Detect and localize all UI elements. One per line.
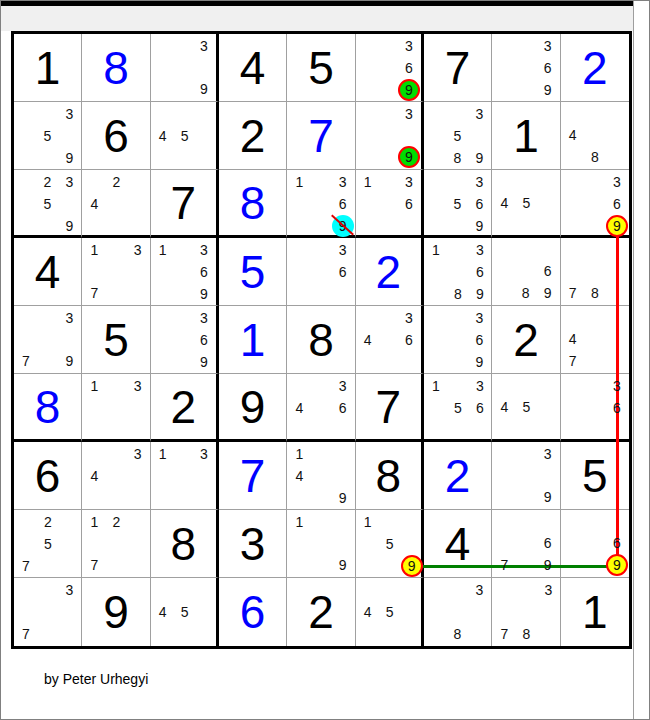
cell-r7c4[interactable]: 7 [219,442,287,510]
candidate-6: 6 [537,260,559,282]
given-digit: 2 [287,578,354,646]
candidate-6 [401,601,420,623]
candidate-6: 6 [469,397,491,419]
candidate-5 [584,397,606,419]
cell-r7c1[interactable]: 6 [14,442,82,510]
candidate-6 [58,329,80,350]
candidate-6: 6 [398,329,420,351]
candidate-grid: 346 [288,375,353,438]
candidate-6 [58,193,80,215]
candidate-1 [152,103,174,125]
cell-r3c6[interactable]: 136 [356,170,424,238]
candidate-4 [15,193,36,215]
candidate-7 [493,79,515,101]
candidate-7 [357,555,379,577]
candidate-9-yellow-mark: 9 [401,555,423,577]
candidate-3 [537,375,558,396]
candidate-1: 1 [357,511,379,533]
cell-r6c6[interactable]: 7 [356,374,424,442]
candidate-6: 6 [469,261,491,283]
candidate-2 [172,35,193,57]
cell-r2c8[interactable]: 1 [492,102,560,170]
cell-r9c1[interactable]: 37 [14,578,82,646]
candidate-9: 9 [58,147,80,169]
candidate-3 [537,511,559,532]
cell-r2c5[interactable]: 7 [287,102,355,170]
cell-r3c2[interactable]: 24 [82,170,150,238]
candidate-4 [493,601,515,623]
cell-r2c2[interactable]: 6 [82,102,150,170]
candidate-9-green-mark: 9 [398,79,420,101]
candidate-2 [105,239,126,261]
candidate-1 [425,103,446,125]
candidate-5 [379,329,398,351]
candidate-4: 4 [357,329,379,351]
candidate-6: 6 [606,193,628,215]
candidate-5 [105,533,127,554]
candidate-1 [425,171,446,193]
candidate-4: 4 [357,601,379,623]
candidate-5: 5 [447,397,469,419]
candidate-2 [379,171,398,193]
candidate-9 [537,214,558,235]
candidate-3 [606,103,628,124]
candidate-grid: 39 [152,35,215,100]
candidate-6 [127,261,149,282]
candidate-2 [446,579,468,601]
candidate-9 [469,419,491,438]
cell-r2c3[interactable]: 45 [151,102,219,170]
solved-digit: 8 [14,374,81,439]
cell-r2c6[interactable]: 39 [356,102,424,170]
candidate-3 [127,511,148,533]
candidate-7 [152,623,174,645]
candidate-3: 3 [58,171,80,193]
cell-r4c5[interactable]: 36 [287,238,355,306]
candidate-4 [493,57,515,79]
cell-r1c8[interactable]: 369 [492,34,560,102]
candidate-9 [193,487,215,509]
candidate-grid: 19 [288,511,353,576]
cell-r4c6[interactable]: 2 [356,238,424,306]
candidate-6 [398,125,420,146]
solved-digit: 8 [219,170,286,235]
cell-r9c3[interactable]: 45 [151,578,219,646]
solved-digit: 6 [219,578,286,646]
candidate-9 [332,283,354,304]
candidate-1: 1 [83,511,105,533]
cell-r7c5[interactable]: 149 [287,442,355,510]
solved-digit: 7 [287,102,354,169]
candidate-4 [83,261,105,282]
candidate-grid: 379 [15,307,80,372]
candidate-grid: 34 [83,443,148,508]
candidate-2 [37,579,58,601]
candidate-1 [15,103,36,125]
candidate-4 [83,533,105,554]
given-digit: 8 [356,442,421,509]
candidate-grid: 13689 [425,239,490,304]
cell-r6c7[interactable]: 1356 [424,374,492,442]
candidate-grid: 369 [152,307,215,372]
cell-r9c5[interactable]: 2 [287,578,355,646]
candidate-2 [584,307,606,328]
candidate-3: 3 [468,579,490,601]
candidate-grid: 369 [562,171,628,234]
candidate-3: 3 [606,375,628,397]
candidate-8 [174,487,193,509]
candidate-6: 6 [398,57,420,79]
candidate-9: 9 [193,283,215,305]
candidate-3 [127,171,148,193]
cell-r4c7[interactable]: 13689 [424,238,492,306]
candidate-7 [288,487,310,509]
candidate-grid: 378 [493,579,558,645]
cell-r9c9[interactable]: 1 [561,578,629,646]
candidate-9 [332,419,354,438]
cell-r2c4[interactable]: 2 [219,102,287,170]
candidate-2 [515,443,537,465]
candidate-8 [379,215,398,234]
cell-r4c1[interactable]: 4 [14,238,82,306]
given-digit: 7 [356,374,421,439]
candidate-7 [288,419,310,438]
cell-r8c5[interactable]: 19 [287,510,355,578]
cell-r3c9[interactable]: 369 [561,170,629,238]
candidate-7 [357,146,378,168]
cell-r6c3[interactable]: 2 [151,374,219,442]
cell-r3c1[interactable]: 2359 [14,170,82,238]
candidate-4 [425,397,447,419]
candidate-grid: 45 [152,579,215,645]
candidate-6 [58,125,80,147]
candidate-8 [515,418,537,439]
cell-r6c2[interactable]: 13 [82,374,150,442]
cell-r7c6[interactable]: 8 [356,442,424,510]
candidate-4: 4 [288,465,310,487]
candidate-grid: 2359 [15,171,80,234]
candidate-3: 3 [193,443,215,465]
candidate-2 [447,375,469,397]
cell-r9c6[interactable]: 45 [356,578,424,646]
candidate-3: 3 [193,239,215,261]
candidate-5 [37,601,58,623]
candidate-grid: 689 [493,239,558,304]
candidate-8 [174,623,196,645]
candidate-4 [425,329,447,351]
candidate-1: 1 [425,239,447,261]
candidate-5 [584,193,606,215]
candidate-9-yellow-mark: 9 [606,215,628,237]
candidate-7: 7 [493,623,515,645]
candidate-2 [446,171,468,193]
candidate-9 [196,623,215,645]
cell-r7c2[interactable]: 34 [82,442,150,510]
cell-r8c3[interactable]: 8 [151,510,219,578]
candidate-9: 9 [468,147,490,169]
candidate-7: 7 [15,623,37,645]
candidate-8 [310,487,331,509]
candidate-1: 1 [288,511,310,533]
cell-r6c1[interactable]: 8 [14,374,82,442]
candidate-3: 3 [58,307,80,329]
cell-r1c7[interactable]: 7 [424,34,492,102]
candidate-grid: 45 [493,171,558,234]
cell-r3c4[interactable]: 8 [219,170,287,238]
candidate-4 [562,397,584,419]
candidate-7 [493,214,515,235]
candidate-3: 3 [332,171,354,193]
candidate-1 [562,171,584,193]
candidate-7 [562,215,584,237]
given-digit: 1 [14,34,81,101]
candidate-grid: 45 [152,103,215,168]
cell-r4c4[interactable]: 5 [219,238,287,306]
candidate-5 [446,601,468,623]
cell-r6c5[interactable]: 346 [287,374,355,442]
candidate-9 [401,623,420,645]
cell-r1c2[interactable]: 8 [82,34,150,102]
candidate-8 [379,555,401,577]
candidate-7 [562,146,584,168]
cell-r3c3[interactable]: 7 [151,170,219,238]
given-digit: 2 [151,374,216,439]
cell-r8c2[interactable]: 127 [82,510,150,578]
candidate-1 [288,239,310,261]
solved-digit: 2 [561,34,629,101]
candidate-9 [196,147,215,169]
candidate-7 [83,487,105,508]
candidate-9: 9 [468,351,490,373]
candidate-7: 7 [15,555,37,577]
given-digit: 1 [492,102,559,169]
candidate-1 [562,103,584,124]
cell-r2c1[interactable]: 359 [14,102,82,170]
candidate-4 [493,260,514,282]
candidate-2 [515,171,537,192]
candidate-1 [288,375,310,397]
candidate-1: 1 [83,239,105,261]
candidate-7: 7 [83,554,105,576]
candidate-3: 3 [332,375,354,397]
candidate-grid: 1356 [425,375,490,438]
sudoku-board[interactable]: 1839453697369235964527393589148235924781… [11,31,632,649]
candidate-4: 4 [562,124,584,146]
candidate-6: 6 [468,193,490,215]
cell-r1c9[interactable]: 2 [561,34,629,102]
cell-r1c1[interactable]: 1 [14,34,82,102]
candidate-1: 1 [152,443,174,465]
given-digit: 1 [561,578,629,646]
candidate-8 [105,418,126,439]
candidate-2 [515,35,537,57]
candidate-6 [196,601,215,623]
candidate-9-green-mark: 9 [398,146,420,168]
cell-r9c7[interactable]: 38 [424,578,492,646]
candidate-3 [332,511,354,533]
candidate-2 [105,443,126,465]
candidate-1 [493,171,515,192]
cell-r2c9[interactable]: 48 [561,102,629,170]
candidate-6: 6 [606,532,628,554]
cell-r9c8[interactable]: 378 [492,578,560,646]
cell-r5c7[interactable]: 369 [424,306,492,374]
candidate-5 [515,57,537,79]
cell-r4c2[interactable]: 137 [82,238,150,306]
candidate-3: 3 [537,35,559,57]
candidate-9 [127,282,149,304]
cell-r2c7[interactable]: 3589 [424,102,492,170]
candidate-7: 7 [15,350,37,372]
candidate-7 [152,487,174,509]
candidate-4 [288,193,310,215]
candidate-8 [310,283,332,304]
candidate-9: 9 [537,79,559,101]
cell-r5c1[interactable]: 379 [14,306,82,374]
candidate-7 [83,215,105,234]
candidate-4 [425,261,447,283]
candidate-8: 8 [515,623,537,645]
candidate-7 [357,351,379,372]
given-digit: 4 [219,34,286,101]
candidate-5 [174,261,193,283]
cell-r5c4[interactable]: 1 [219,306,287,374]
cell-r6c8[interactable]: 45 [492,374,560,442]
cell-r8c1[interactable]: 257 [14,510,82,578]
given-digit: 5 [82,306,149,373]
candidate-5 [172,329,193,351]
candidate-4 [15,533,37,555]
cell-r1c5[interactable]: 5 [287,34,355,102]
candidate-6: 6 [193,261,215,283]
candidate-9: 9 [537,282,559,304]
candidate-8 [105,487,126,508]
candidate-5: 5 [36,193,58,215]
cell-r5c5[interactable]: 8 [287,306,355,374]
cell-r1c6[interactable]: 369 [356,34,424,102]
cell-r3c5[interactable]: 1369 [287,170,355,238]
candidate-3: 3 [606,171,628,193]
candidate-1 [493,443,515,465]
cell-r7c8[interactable]: 39 [492,442,560,510]
candidate-9 [127,215,148,234]
candidate-5: 5 [515,192,537,214]
candidate-5 [584,532,606,554]
cell-r1c4[interactable]: 4 [219,34,287,102]
candidate-7 [15,215,36,237]
candidate-3 [401,511,423,533]
cell-r9c4[interactable]: 6 [219,578,287,646]
candidate-4: 4 [83,193,105,215]
candidate-3: 3 [469,375,491,397]
candidate-6 [127,533,148,554]
candidate-3: 3 [398,307,420,329]
panel-edge-divider [633,1,634,720]
candidate-3: 3 [537,443,559,465]
cell-r7c3[interactable]: 13 [151,442,219,510]
candidate-3: 3 [58,579,80,601]
candidate-1 [152,307,173,329]
candidate-5 [515,532,536,554]
cell-r4c8[interactable]: 689 [492,238,560,306]
candidate-grid: 37 [15,579,80,645]
candidate-grid: 359 [15,103,80,168]
candidate-1 [493,511,515,532]
given-digit: 8 [287,306,354,373]
candidate-8: 8 [446,147,468,169]
candidate-9: 9 [193,351,215,373]
candidate-1 [357,579,379,601]
candidate-5: 5 [379,533,401,555]
cell-r9c2[interactable]: 9 [82,578,150,646]
candidate-1 [83,443,105,465]
candidate-grid: 346 [357,307,420,372]
candidate-5: 5 [37,533,59,555]
candidate-3: 3 [398,35,420,57]
candidate-6: 6 [332,397,354,419]
candidate-3: 3 [398,103,420,125]
candidate-9: 9 [58,215,80,237]
cell-r3c7[interactable]: 3569 [424,170,492,238]
candidate-5 [174,465,193,487]
candidate-2 [446,103,468,125]
candidate-4: 4 [562,328,584,350]
cell-r5c8[interactable]: 2 [492,306,560,374]
candidate-grid: 39 [493,443,558,508]
candidate-grid: 38 [425,579,490,645]
cell-r8c4[interactable]: 3 [219,510,287,578]
candidate-grid: 369 [493,35,558,100]
candidate-7 [493,418,515,439]
candidate-9-cyan-mark: 9 [332,215,354,237]
cell-r5c6[interactable]: 346 [356,306,424,374]
candidate-6: 6 [332,261,354,283]
cell-r4c3[interactable]: 1369 [151,238,219,306]
candidate-3 [537,239,559,260]
candidate-8 [515,214,537,235]
cell-r8c6[interactable]: 159 [356,510,424,578]
cell-r5c2[interactable]: 5 [82,306,150,374]
candidate-3: 3 [468,103,490,125]
candidate-2 [515,375,537,396]
candidate-7 [425,215,446,237]
candidate-8 [515,486,537,508]
candidate-grid: 127 [83,511,148,576]
cell-r6c4[interactable]: 9 [219,374,287,442]
candidate-2 [584,511,606,532]
candidate-8 [377,79,398,101]
cell-r7c7[interactable]: 2 [424,442,492,510]
candidate-6 [127,397,149,418]
cell-r1c3[interactable]: 39 [151,34,219,102]
candidate-1 [15,579,37,601]
candidate-4: 4 [493,396,515,418]
candidate-4: 4 [288,397,310,419]
candidate-3: 3 [469,239,491,261]
cell-r3c8[interactable]: 45 [492,170,560,238]
candidate-1 [493,579,515,601]
candidate-8 [37,350,58,372]
candidate-3: 3 [398,171,420,193]
candidate-2 [447,239,469,261]
candidate-1 [15,511,37,533]
candidate-7 [425,623,446,645]
candidate-9 [398,215,420,234]
candidate-2: 2 [105,171,127,193]
candidate-1 [357,307,379,329]
candidate-5 [447,261,469,283]
cell-r5c3[interactable]: 369 [151,306,219,374]
